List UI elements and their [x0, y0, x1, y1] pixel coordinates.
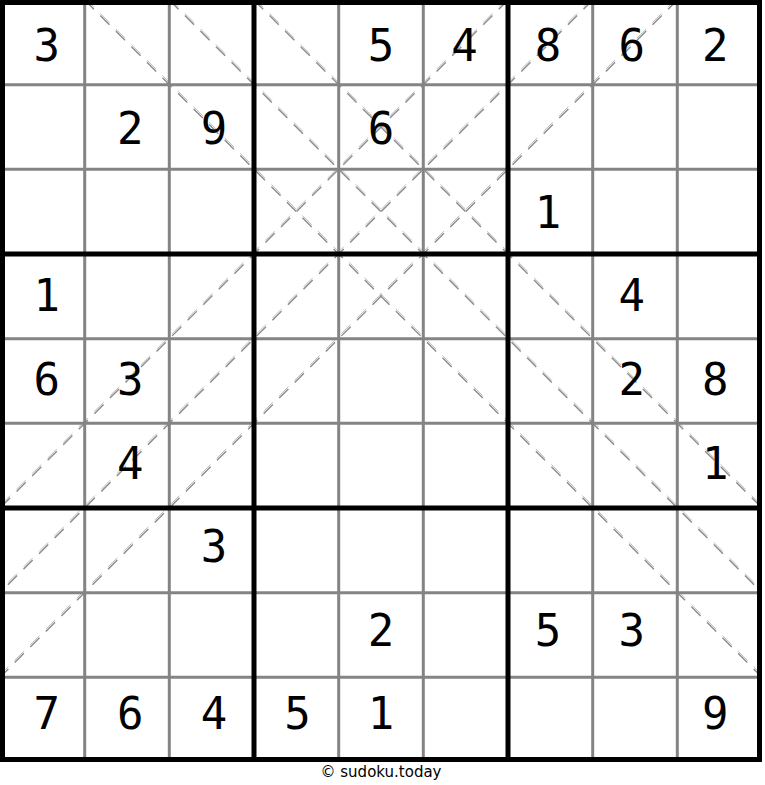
cell-r5c2[interactable]: 3: [89, 338, 173, 422]
cell-r3c9[interactable]: [673, 171, 757, 255]
cell-r2c8[interactable]: [590, 88, 674, 172]
cell-r2c7[interactable]: [506, 88, 590, 172]
cell-r7c4[interactable]: [256, 505, 340, 589]
cell-r3c1[interactable]: [5, 171, 89, 255]
cell-r9c6[interactable]: [423, 672, 507, 756]
cell-r7c6[interactable]: [423, 505, 507, 589]
cell-r5c3[interactable]: [172, 338, 256, 422]
cell-r5c1[interactable]: 6: [5, 338, 89, 422]
sudoku-page: 3 5 4 8 6 2 2 9 6 1 1: [0, 0, 765, 785]
cell-r6c3[interactable]: [172, 422, 256, 506]
cell-r5c6[interactable]: [423, 338, 507, 422]
cell-r1c3[interactable]: [172, 4, 256, 88]
cell-r2c6[interactable]: [423, 88, 507, 172]
cell-r7c7[interactable]: [506, 505, 590, 589]
cell-r6c8[interactable]: [590, 422, 674, 506]
cell-r6c5[interactable]: [339, 422, 423, 506]
cell-r9c9[interactable]: 9: [673, 672, 757, 756]
cell-r6c2[interactable]: 4: [89, 422, 173, 506]
cell-r9c2[interactable]: 6: [89, 672, 173, 756]
cell-r6c9[interactable]: 1: [673, 422, 757, 506]
cell-r8c9[interactable]: [673, 589, 757, 673]
cell-r1c5[interactable]: 5: [339, 4, 423, 88]
cell-r4c8[interactable]: 4: [590, 255, 674, 339]
cell-r8c4[interactable]: [256, 589, 340, 673]
cell-r2c2[interactable]: 2: [89, 88, 173, 172]
cell-r2c3[interactable]: 9: [172, 88, 256, 172]
cell-r5c5[interactable]: [339, 338, 423, 422]
copyright: © sudoku.today: [0, 763, 762, 781]
cell-r1c9[interactable]: 2: [673, 4, 757, 88]
cell-r2c1[interactable]: [5, 88, 89, 172]
cell-r2c9[interactable]: [673, 88, 757, 172]
cell-r1c1[interactable]: 3: [5, 4, 89, 88]
cell-grid: 3 5 4 8 6 2 2 9 6 1 1: [5, 5, 757, 757]
cell-r4c6[interactable]: [423, 255, 507, 339]
cell-r7c3[interactable]: 3: [172, 505, 256, 589]
cell-r6c1[interactable]: [5, 422, 89, 506]
cell-r3c3[interactable]: [172, 171, 256, 255]
cell-r8c8[interactable]: 3: [590, 589, 674, 673]
cell-r8c3[interactable]: [172, 589, 256, 673]
cell-r4c2[interactable]: [89, 255, 173, 339]
cell-r8c2[interactable]: [89, 589, 173, 673]
sudoku-board: 3 5 4 8 6 2 2 9 6 1 1: [0, 0, 762, 762]
cell-r1c2[interactable]: [89, 4, 173, 88]
cell-r5c4[interactable]: [256, 338, 340, 422]
cell-r9c3[interactable]: 4: [172, 672, 256, 756]
cell-r3c6[interactable]: [423, 171, 507, 255]
cell-r1c4[interactable]: [256, 4, 340, 88]
cell-r4c3[interactable]: [172, 255, 256, 339]
cell-r7c5[interactable]: [339, 505, 423, 589]
cell-r7c2[interactable]: [89, 505, 173, 589]
cell-r4c4[interactable]: [256, 255, 340, 339]
cell-r7c1[interactable]: [5, 505, 89, 589]
cell-r3c8[interactable]: [590, 171, 674, 255]
cell-r5c7[interactable]: [506, 338, 590, 422]
cell-r7c8[interactable]: [590, 505, 674, 589]
cell-r3c4[interactable]: [256, 171, 340, 255]
cell-r6c6[interactable]: [423, 422, 507, 506]
cell-r9c5[interactable]: 1: [339, 672, 423, 756]
cell-r4c9[interactable]: [673, 255, 757, 339]
cell-r3c2[interactable]: [89, 171, 173, 255]
cell-r3c7[interactable]: 1: [506, 171, 590, 255]
cell-r4c1[interactable]: 1: [5, 255, 89, 339]
cell-r9c1[interactable]: 7: [5, 672, 89, 756]
cell-r5c8[interactable]: 2: [590, 338, 674, 422]
cell-r4c7[interactable]: [506, 255, 590, 339]
cell-r2c4[interactable]: [256, 88, 340, 172]
cell-r9c4[interactable]: 5: [256, 672, 340, 756]
cell-r8c6[interactable]: [423, 589, 507, 673]
cell-r1c6[interactable]: 4: [423, 4, 507, 88]
cell-r5c9[interactable]: 8: [673, 338, 757, 422]
cell-r3c5[interactable]: [339, 171, 423, 255]
cell-r6c7[interactable]: [506, 422, 590, 506]
cell-r9c7[interactable]: [506, 672, 590, 756]
cell-r8c7[interactable]: 5: [506, 589, 590, 673]
cell-r8c1[interactable]: [5, 589, 89, 673]
cell-r8c5[interactable]: 2: [339, 589, 423, 673]
cell-r1c7[interactable]: 8: [506, 4, 590, 88]
cell-r2c5[interactable]: 6: [339, 88, 423, 172]
cell-r6c4[interactable]: [256, 422, 340, 506]
cell-r7c9[interactable]: [673, 505, 757, 589]
cell-r9c8[interactable]: [590, 672, 674, 756]
cell-r1c8[interactable]: 6: [590, 4, 674, 88]
cell-r4c5[interactable]: [339, 255, 423, 339]
